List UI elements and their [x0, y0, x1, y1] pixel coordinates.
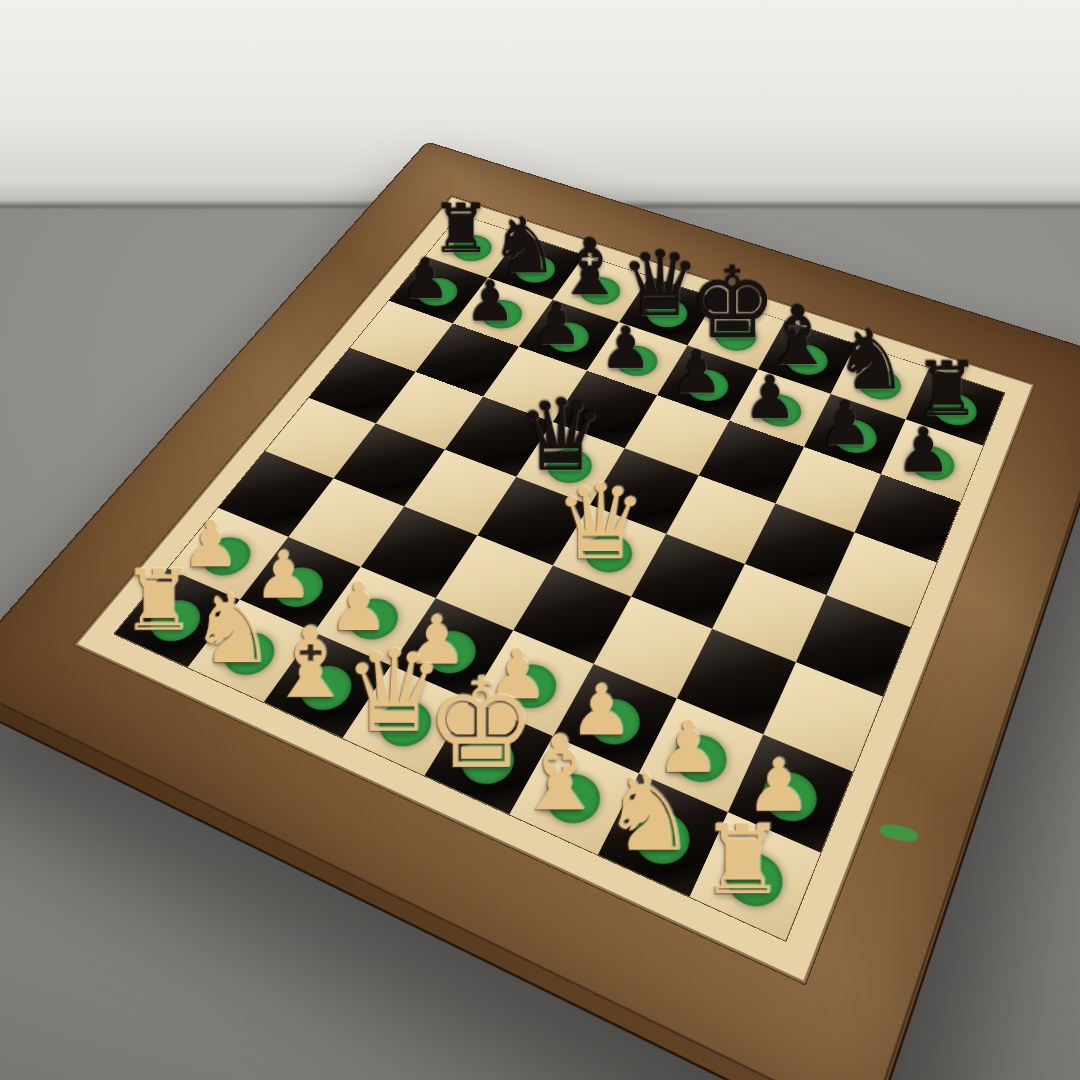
square-h8[interactable]: ♜	[906, 368, 1004, 446]
piece-anchor: ♟	[524, 340, 592, 364]
black-bishop[interactable]: ♝	[553, 230, 626, 304]
piece-anchor: ♟	[458, 317, 524, 340]
square-d8[interactable]: ♛	[619, 277, 716, 346]
black-pawn[interactable]: ♟	[731, 370, 810, 426]
white-knight[interactable]: ♞	[599, 763, 699, 864]
black-pawn[interactable]: ♟	[520, 298, 596, 352]
piece-anchor: ♜	[430, 251, 493, 272]
piece-anchor: ♜	[909, 412, 986, 438]
felt-pad	[851, 363, 906, 405]
piece-anchor: ♛	[350, 728, 432, 765]
felt-pad	[473, 295, 528, 333]
piece-anchor: ♜	[122, 624, 195, 657]
square-a5[interactable]	[309, 348, 416, 424]
black-pawn[interactable]: ♟	[389, 253, 463, 305]
square-b4[interactable]	[334, 423, 445, 506]
black-king[interactable]: ♚	[689, 257, 765, 350]
piece-anchor: ♟	[734, 413, 808, 439]
photo-scene: ♜♞♝♛♚♝♞♜♟♟♟♟♟♟♟♟♛♛♟♟♟♟♟♟♟♟♜♞♝♛♚♝♞♜	[0, 0, 1080, 1080]
piece-anchor: ♛	[623, 316, 691, 339]
piece-anchor: ♝	[271, 692, 350, 728]
square-e8[interactable]: ♚	[688, 299, 785, 370]
piece-anchor: ♞	[604, 843, 695, 885]
piece-anchor: ♝	[516, 803, 604, 843]
black-bishop[interactable]: ♝	[760, 297, 837, 374]
square-f6[interactable]	[699, 421, 804, 504]
square-a6[interactable]	[350, 301, 453, 372]
piece-anchor: ♚	[692, 339, 762, 363]
felt-pad	[409, 274, 464, 311]
felt-pad	[573, 272, 627, 309]
square-f8[interactable]: ♝	[758, 321, 856, 394]
piece-anchor: ♟	[661, 388, 733, 413]
square-c7[interactable]: ♟	[519, 300, 619, 371]
black-pawn[interactable]: ♟	[883, 422, 965, 480]
square-c6[interactable]	[483, 347, 587, 422]
square-a8[interactable]: ♜	[425, 215, 521, 278]
piece-anchor: ♜	[695, 884, 790, 927]
white-king[interactable]: ♚	[425, 665, 521, 784]
black-rook[interactable]: ♜	[426, 197, 497, 261]
black-pawn[interactable]: ♟	[658, 345, 736, 400]
felt-pad	[751, 389, 807, 432]
piece-anchor: ♟	[592, 364, 662, 388]
white-queen[interactable]: ♛	[343, 638, 437, 746]
white-bishop[interactable]: ♝	[510, 724, 608, 823]
white-queen[interactable]: ♛	[554, 473, 640, 572]
piece-anchor: ♟	[394, 294, 458, 316]
black-knight[interactable]: ♞	[832, 321, 910, 400]
square-g7[interactable]: ♟	[804, 394, 906, 474]
square-f7[interactable]: ♟	[729, 369, 830, 447]
square-h7[interactable]: ♟	[881, 419, 983, 502]
square-b8[interactable]: ♞	[488, 235, 584, 300]
felt-pad	[779, 340, 833, 381]
felt-pad	[445, 231, 498, 266]
piece-anchor: ♞	[493, 272, 557, 294]
felt-pad	[508, 251, 561, 287]
piece-anchor: ♟	[885, 466, 964, 494]
black-knight[interactable]: ♞	[489, 209, 561, 282]
piece-anchor: ♟	[808, 439, 885, 466]
black-pawn[interactable]: ♟	[453, 275, 528, 328]
black-pawn[interactable]: ♟	[588, 321, 665, 376]
felt-pad	[903, 440, 960, 486]
piece-anchor: ♞	[195, 658, 271, 692]
square-d6[interactable]	[553, 371, 657, 449]
piece-anchor: ♝	[762, 362, 834, 386]
felt-pad	[708, 317, 762, 356]
black-queen[interactable]: ♛	[620, 242, 695, 327]
square-e7[interactable]: ♟	[657, 345, 758, 420]
board-maple-margin: ♜♞♝♛♚♝♞♜♟♟♟♟♟♟♟♟♛♛♟♟♟♟♟♟♟♟♜♞♝♛♚♝♞♜	[74, 196, 1034, 984]
square-b7[interactable]: ♟	[453, 278, 553, 347]
square-c5[interactable]	[445, 397, 553, 477]
square-g8[interactable]: ♞	[831, 344, 929, 419]
chessboard: ♜♞♝♛♚♝♞♜♟♟♟♟♟♟♟♟♛♛♟♟♟♟♟♟♟♟♜♞♝♛♚♝♞♜	[0, 141, 1080, 1080]
square-c8[interactable]: ♝	[553, 255, 650, 322]
felt-pad	[639, 294, 693, 332]
felt-pad	[539, 318, 595, 357]
square-a7[interactable]: ♟	[389, 257, 488, 324]
black-rook[interactable]: ♜	[908, 354, 987, 425]
piece-anchor: ♞	[834, 387, 909, 412]
piece-anchor: ♚	[431, 765, 516, 803]
square-d7[interactable]: ♟	[587, 322, 688, 395]
square-b5[interactable]	[376, 372, 483, 450]
felt-pad	[825, 414, 882, 459]
piece-anchor: ♝	[557, 293, 623, 315]
square-a4[interactable]	[265, 398, 376, 478]
square-b6[interactable]	[416, 323, 519, 396]
white-rook[interactable]: ♜	[691, 815, 793, 906]
black-pawn[interactable]: ♟	[806, 396, 887, 453]
felt-pad	[608, 341, 664, 382]
felt-pad	[927, 388, 982, 431]
felt-pad	[678, 365, 734, 407]
